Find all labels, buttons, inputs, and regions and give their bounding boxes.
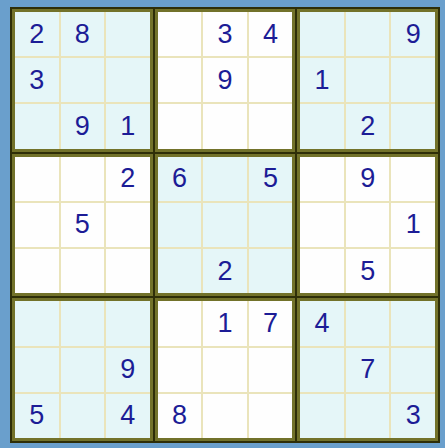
box-1-2: 349 — [155, 9, 296, 152]
cell-r3c4[interactable] — [158, 104, 202, 148]
cell-r2c8[interactable] — [346, 58, 390, 102]
cell-r8c6[interactable] — [249, 348, 293, 392]
cell-r7c9[interactable] — [391, 301, 435, 345]
cell-r9c2[interactable] — [61, 394, 105, 438]
cell-r3c7[interactable] — [300, 104, 344, 148]
box-2-1: 25 — [12, 154, 153, 297]
cell-r1c9[interactable]: 9 — [391, 12, 435, 56]
cell-r1c2[interactable]: 8 — [61, 12, 105, 56]
cell-r2c2[interactable] — [61, 58, 105, 102]
cell-r2c7[interactable]: 1 — [300, 58, 344, 102]
cell-r5c3[interactable] — [106, 203, 150, 247]
cell-r2c3[interactable] — [106, 58, 150, 102]
cell-r5c2[interactable]: 5 — [61, 203, 105, 247]
cell-r1c4[interactable] — [158, 12, 202, 56]
cell-r1c6[interactable]: 4 — [249, 12, 293, 56]
cell-r5c6[interactable] — [249, 203, 293, 247]
cell-r6c9[interactable] — [391, 249, 435, 293]
cell-r2c9[interactable] — [391, 58, 435, 102]
cell-r8c2[interactable] — [61, 348, 105, 392]
cell-r6c6[interactable] — [249, 249, 293, 293]
cell-r7c8[interactable] — [346, 301, 390, 345]
cell-r8c4[interactable] — [158, 348, 202, 392]
cell-r4c8[interactable]: 9 — [346, 157, 390, 201]
cell-r7c3[interactable] — [106, 301, 150, 345]
cell-r1c5[interactable]: 3 — [203, 12, 247, 56]
cell-r9c4[interactable]: 8 — [158, 394, 202, 438]
cell-r2c4[interactable] — [158, 58, 202, 102]
cell-r9c3[interactable]: 4 — [106, 394, 150, 438]
cell-r3c6[interactable] — [249, 104, 293, 148]
cell-r6c4[interactable] — [158, 249, 202, 293]
cell-r8c3[interactable]: 9 — [106, 348, 150, 392]
cell-r4c9[interactable] — [391, 157, 435, 201]
cell-r9c8[interactable] — [346, 394, 390, 438]
outer-frame: 2839134991225652915954178473 — [0, 0, 445, 448]
cell-r1c8[interactable] — [346, 12, 390, 56]
cell-r9c9[interactable]: 3 — [391, 394, 435, 438]
cell-r8c8[interactable]: 7 — [346, 348, 390, 392]
cell-r4c4[interactable]: 6 — [158, 157, 202, 201]
cell-r3c8[interactable]: 2 — [346, 104, 390, 148]
box-3-3: 473 — [297, 298, 438, 441]
cell-r7c7[interactable]: 4 — [300, 301, 344, 345]
cell-r7c4[interactable] — [158, 301, 202, 345]
cell-r6c8[interactable]: 5 — [346, 249, 390, 293]
cell-r6c2[interactable] — [61, 249, 105, 293]
cell-r3c5[interactable] — [203, 104, 247, 148]
cell-r5c7[interactable] — [300, 203, 344, 247]
cell-r6c7[interactable] — [300, 249, 344, 293]
cell-r4c3[interactable]: 2 — [106, 157, 150, 201]
cell-r5c4[interactable] — [158, 203, 202, 247]
box-2-3: 915 — [297, 154, 438, 297]
cell-r7c2[interactable] — [61, 301, 105, 345]
cell-r6c1[interactable] — [15, 249, 59, 293]
cell-r5c9[interactable]: 1 — [391, 203, 435, 247]
cell-r7c6[interactable]: 7 — [249, 301, 293, 345]
box-2-2: 652 — [155, 154, 296, 297]
cell-r9c1[interactable]: 5 — [15, 394, 59, 438]
box-1-3: 912 — [297, 9, 438, 152]
cell-r6c5[interactable]: 2 — [203, 249, 247, 293]
cell-r9c7[interactable] — [300, 394, 344, 438]
cell-r3c2[interactable]: 9 — [61, 104, 105, 148]
cell-r5c8[interactable] — [346, 203, 390, 247]
cell-r4c1[interactable] — [15, 157, 59, 201]
cell-r4c2[interactable] — [61, 157, 105, 201]
cell-r3c9[interactable] — [391, 104, 435, 148]
cell-r8c9[interactable] — [391, 348, 435, 392]
cell-r2c6[interactable] — [249, 58, 293, 102]
cell-r9c5[interactable] — [203, 394, 247, 438]
box-1-1: 28391 — [12, 9, 153, 152]
box-3-2: 178 — [155, 298, 296, 441]
cell-r5c5[interactable] — [203, 203, 247, 247]
cell-r2c5[interactable]: 9 — [203, 58, 247, 102]
cell-r9c6[interactable] — [249, 394, 293, 438]
cell-r3c1[interactable] — [15, 104, 59, 148]
cell-r3c3[interactable]: 1 — [106, 104, 150, 148]
box-3-1: 954 — [12, 298, 153, 441]
cell-r7c5[interactable]: 1 — [203, 301, 247, 345]
cell-r7c1[interactable] — [15, 301, 59, 345]
cell-r4c5[interactable] — [203, 157, 247, 201]
cell-r1c3[interactable] — [106, 12, 150, 56]
cell-r8c5[interactable] — [203, 348, 247, 392]
cell-r1c1[interactable]: 2 — [15, 12, 59, 56]
cell-r8c1[interactable] — [15, 348, 59, 392]
cell-r6c3[interactable] — [106, 249, 150, 293]
cell-r4c7[interactable] — [300, 157, 344, 201]
cell-r1c7[interactable] — [300, 12, 344, 56]
sudoku-board: 2839134991225652915954178473 — [10, 7, 440, 443]
cell-r5c1[interactable] — [15, 203, 59, 247]
cell-r8c7[interactable] — [300, 348, 344, 392]
cell-r2c1[interactable]: 3 — [15, 58, 59, 102]
cell-r4c6[interactable]: 5 — [249, 157, 293, 201]
